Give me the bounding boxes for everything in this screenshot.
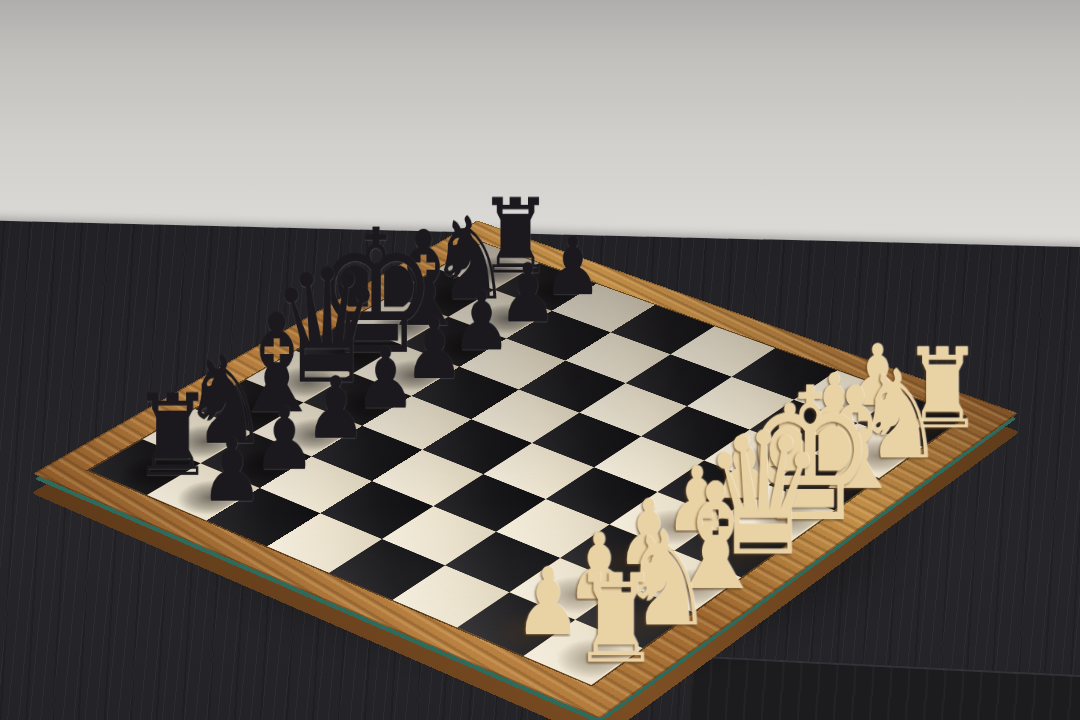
black-pawn-a7[interactable]: ♟ [200, 426, 263, 514]
white-rook-a1[interactable]: ♜ [572, 557, 660, 680]
photo-scene: ♜♞♝♛♚♝♞♜♟♟♟♟♟♟♟♟♟♟♟♟♟♟♟♟♜♞♝♛♚♝♞♜ [0, 0, 1080, 720]
